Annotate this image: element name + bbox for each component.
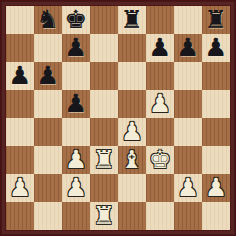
square-h2[interactable]: ♟ xyxy=(202,174,230,202)
square-g6[interactable] xyxy=(174,62,202,90)
square-g7[interactable]: ♟ xyxy=(174,34,202,62)
square-a5[interactable] xyxy=(6,90,34,118)
chess-board: ♞♚♜♜♟♟♟♟♟♟♟♟♟♟♜♝♚♟♟♟♟♜ xyxy=(6,6,230,230)
square-g2[interactable]: ♟ xyxy=(174,174,202,202)
square-f5[interactable]: ♟ xyxy=(146,90,174,118)
square-e1[interactable] xyxy=(118,202,146,230)
piece-white-bishop[interactable]: ♝ xyxy=(121,146,143,174)
square-h6[interactable] xyxy=(202,62,230,90)
piece-black-pawn[interactable]: ♟ xyxy=(9,62,31,90)
piece-black-rook[interactable]: ♜ xyxy=(205,6,227,34)
square-c8[interactable]: ♚ xyxy=(62,6,90,34)
square-d8[interactable] xyxy=(90,6,118,34)
square-g4[interactable] xyxy=(174,118,202,146)
piece-white-pawn[interactable]: ♟ xyxy=(65,174,87,202)
square-g1[interactable] xyxy=(174,202,202,230)
square-h7[interactable]: ♟ xyxy=(202,34,230,62)
piece-white-pawn[interactable]: ♟ xyxy=(205,174,227,202)
square-d1[interactable]: ♜ xyxy=(90,202,118,230)
square-g3[interactable] xyxy=(174,146,202,174)
square-b5[interactable] xyxy=(34,90,62,118)
square-e3[interactable]: ♝ xyxy=(118,146,146,174)
square-b6[interactable]: ♟ xyxy=(34,62,62,90)
piece-white-pawn[interactable]: ♟ xyxy=(65,146,87,174)
square-f6[interactable] xyxy=(146,62,174,90)
square-c5[interactable]: ♟ xyxy=(62,90,90,118)
square-a1[interactable] xyxy=(6,202,34,230)
piece-white-rook[interactable]: ♜ xyxy=(93,146,115,174)
square-d7[interactable] xyxy=(90,34,118,62)
square-a7[interactable] xyxy=(6,34,34,62)
square-g5[interactable] xyxy=(174,90,202,118)
piece-white-pawn[interactable]: ♟ xyxy=(149,90,171,118)
piece-white-pawn[interactable]: ♟ xyxy=(9,174,31,202)
square-d3[interactable]: ♜ xyxy=(90,146,118,174)
square-b2[interactable] xyxy=(34,174,62,202)
square-b8[interactable]: ♞ xyxy=(34,6,62,34)
piece-white-king[interactable]: ♚ xyxy=(149,146,171,174)
square-g8[interactable] xyxy=(174,6,202,34)
square-f1[interactable] xyxy=(146,202,174,230)
piece-black-pawn[interactable]: ♟ xyxy=(65,90,87,118)
square-f3[interactable]: ♚ xyxy=(146,146,174,174)
square-d5[interactable] xyxy=(90,90,118,118)
square-e4[interactable]: ♟ xyxy=(118,118,146,146)
square-f8[interactable] xyxy=(146,6,174,34)
square-h3[interactable] xyxy=(202,146,230,174)
square-a6[interactable]: ♟ xyxy=(6,62,34,90)
piece-white-pawn[interactable]: ♟ xyxy=(121,118,143,146)
square-c1[interactable] xyxy=(62,202,90,230)
square-e8[interactable]: ♜ xyxy=(118,6,146,34)
piece-black-rook[interactable]: ♜ xyxy=(121,6,143,34)
square-a3[interactable] xyxy=(6,146,34,174)
piece-black-pawn[interactable]: ♟ xyxy=(149,34,171,62)
square-c2[interactable]: ♟ xyxy=(62,174,90,202)
piece-black-pawn[interactable]: ♟ xyxy=(205,34,227,62)
square-c6[interactable] xyxy=(62,62,90,90)
square-d4[interactable] xyxy=(90,118,118,146)
square-a2[interactable]: ♟ xyxy=(6,174,34,202)
piece-black-king[interactable]: ♚ xyxy=(65,6,87,34)
piece-black-knight[interactable]: ♞ xyxy=(37,6,59,34)
square-c7[interactable]: ♟ xyxy=(62,34,90,62)
square-e2[interactable] xyxy=(118,174,146,202)
square-f7[interactable]: ♟ xyxy=(146,34,174,62)
square-b1[interactable] xyxy=(34,202,62,230)
piece-white-rook[interactable]: ♜ xyxy=(93,202,115,230)
square-b4[interactable] xyxy=(34,118,62,146)
piece-black-pawn[interactable]: ♟ xyxy=(37,62,59,90)
square-a8[interactable] xyxy=(6,6,34,34)
square-h8[interactable]: ♜ xyxy=(202,6,230,34)
square-d2[interactable] xyxy=(90,174,118,202)
square-d6[interactable] xyxy=(90,62,118,90)
square-e5[interactable] xyxy=(118,90,146,118)
square-b3[interactable] xyxy=(34,146,62,174)
square-h1[interactable] xyxy=(202,202,230,230)
square-e6[interactable] xyxy=(118,62,146,90)
square-b7[interactable] xyxy=(34,34,62,62)
piece-black-pawn[interactable]: ♟ xyxy=(177,34,199,62)
piece-black-pawn[interactable]: ♟ xyxy=(65,34,87,62)
square-f4[interactable] xyxy=(146,118,174,146)
square-c4[interactable] xyxy=(62,118,90,146)
square-a4[interactable] xyxy=(6,118,34,146)
square-f2[interactable] xyxy=(146,174,174,202)
square-h4[interactable] xyxy=(202,118,230,146)
piece-white-pawn[interactable]: ♟ xyxy=(177,174,199,202)
square-e7[interactable] xyxy=(118,34,146,62)
square-h5[interactable] xyxy=(202,90,230,118)
square-c3[interactable]: ♟ xyxy=(62,146,90,174)
board-frame: ♞♚♜♜♟♟♟♟♟♟♟♟♟♟♜♝♚♟♟♟♟♜ xyxy=(0,0,236,236)
